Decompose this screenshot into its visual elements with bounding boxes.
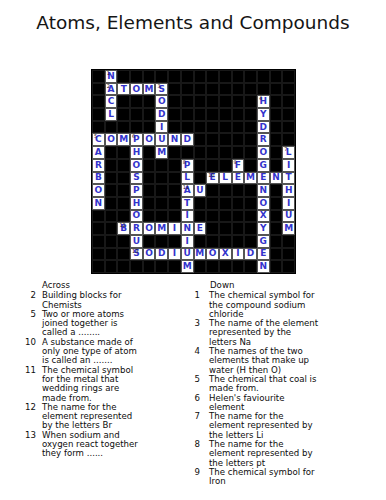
black-cell [206, 108, 219, 121]
black-cell [244, 197, 257, 210]
grid-cell-14-3[interactable]: 13S [130, 248, 143, 261]
black-cell [244, 184, 257, 197]
black-cell [219, 133, 232, 146]
grid-cell-11-13[interactable]: X [257, 210, 270, 223]
grid-cell-5-2[interactable]: M [117, 133, 130, 146]
black-cell [194, 146, 207, 159]
black-cell [270, 222, 283, 235]
grid-cell-8-7[interactable]: L [181, 172, 194, 185]
grid-cell-9-7[interactable]: 11A [181, 184, 194, 197]
black-cell [282, 133, 295, 146]
black-cell [232, 197, 245, 210]
black-cell [168, 210, 181, 223]
grid-cell-8-3[interactable]: S [130, 172, 143, 185]
grid-cell-7-7[interactable]: 8P [181, 159, 194, 172]
grid-cell-14-6[interactable]: I [168, 248, 181, 261]
grid-cell-2-13[interactable]: 4H [257, 95, 270, 108]
cell-letter: L [108, 110, 114, 119]
black-cell [219, 260, 232, 273]
black-cell [143, 235, 156, 248]
cell-letter: E [197, 224, 203, 233]
grid-cell-12-3[interactable]: R [130, 222, 143, 235]
black-cell [168, 108, 181, 121]
grid-cell-6-13[interactable]: O [257, 146, 270, 159]
grid-cell-2-5[interactable]: O [155, 95, 168, 108]
cell-letter: N [272, 173, 280, 182]
cell-letter: O [158, 97, 166, 106]
black-cell [168, 121, 181, 134]
black-cell [143, 95, 156, 108]
black-cell [270, 184, 283, 197]
black-cell [117, 172, 130, 185]
cell-letter: I [185, 237, 188, 246]
black-cell [105, 121, 118, 134]
black-cell [206, 197, 219, 210]
grid-cell-1-1[interactable]: 2A [105, 83, 118, 96]
black-cell [282, 248, 295, 261]
black-cell [117, 159, 130, 172]
black-cell [270, 159, 283, 172]
grid-cell-5-1[interactable]: O [105, 133, 118, 146]
clue-number: 12 [119, 223, 125, 228]
across-clue-2: 2Building blocks for Chemists [16, 291, 166, 310]
grid-cell-6-5[interactable]: M [155, 146, 168, 159]
grid-cell-4-13[interactable]: D [257, 121, 270, 134]
black-cell [206, 222, 219, 235]
grid-cell-8-10[interactable]: L [219, 172, 232, 185]
grid-cell-14-13[interactable]: E [257, 248, 270, 261]
grid-cell-12-2[interactable]: 12B [117, 222, 130, 235]
black-cell [194, 235, 207, 248]
black-cell [105, 184, 118, 197]
black-cell [92, 70, 105, 83]
black-cell [219, 108, 232, 121]
grid-cell-14-12[interactable]: D [244, 248, 257, 261]
clues-across-list: 2Building blocks for Chemists5Two or mor… [16, 291, 166, 458]
black-cell [130, 70, 143, 83]
black-cell [155, 172, 168, 185]
grid-cell-4-5[interactable]: I [155, 121, 168, 134]
black-cell [130, 121, 143, 134]
grid-cell-15-13[interactable]: N [257, 260, 270, 273]
grid-cell-11-7[interactable]: I [181, 210, 194, 223]
black-cell [244, 70, 257, 83]
grid-cell-13-7[interactable]: I [181, 235, 194, 248]
clue-num: 12 [16, 403, 36, 412]
cell-letter: P [133, 186, 140, 195]
black-cell [194, 108, 207, 121]
grid-cell-7-11[interactable]: 9F [232, 159, 245, 172]
grid-cell-14-7[interactable]: U [181, 248, 194, 261]
grid-cell-8-14[interactable]: N [270, 172, 283, 185]
black-cell [219, 70, 232, 83]
black-cell [181, 121, 194, 134]
black-cell [232, 210, 245, 223]
black-cell [194, 197, 207, 210]
grid-cell-9-0[interactable]: O [92, 184, 105, 197]
clue-number: 8 [183, 160, 186, 165]
grid-cell-12-15[interactable]: M [282, 222, 295, 235]
clues-down-list: 1The chemical symbol for the compound so… [188, 291, 348, 486]
black-cell [282, 95, 295, 108]
cell-letter: S [133, 173, 139, 182]
clue-num: 9 [188, 468, 200, 477]
black-cell [219, 83, 232, 96]
black-cell [143, 172, 156, 185]
grid-cell-10-3[interactable]: H [130, 197, 143, 210]
black-cell [92, 83, 105, 96]
grid-cell-5-0[interactable]: 5C [92, 133, 105, 146]
grid-cell-1-3[interactable]: O [130, 83, 143, 96]
grid-cell-6-0[interactable]: A [92, 146, 105, 159]
black-cell [219, 222, 232, 235]
grid-cell-13-13[interactable]: G [257, 235, 270, 248]
cell-letter: O [133, 161, 141, 170]
cell-letter: M [195, 249, 204, 258]
black-cell [168, 172, 181, 185]
clue-number: 3 [157, 84, 160, 89]
grid-cell-5-6[interactable]: N [168, 133, 181, 146]
black-cell [270, 83, 283, 96]
black-cell [219, 210, 232, 223]
cell-letter: O [259, 199, 267, 208]
black-cell [143, 210, 156, 223]
cell-letter: M [183, 262, 192, 271]
clue-num: 3 [188, 319, 200, 328]
down-clue-3: 3The name of the element represented by … [188, 319, 348, 347]
black-cell [155, 70, 168, 83]
black-cell [117, 235, 130, 248]
crossword-worksheet: Atoms, Elements and Compounds 1N2ATOM3SC… [0, 0, 386, 500]
black-cell [232, 146, 245, 159]
cell-letter: T [184, 199, 190, 208]
grid-cell-5-7[interactable]: D [181, 133, 194, 146]
grid-cell-7-15[interactable]: I [282, 159, 295, 172]
down-clue-7: 7The name for the element represented by… [188, 412, 348, 440]
cell-letter: E [235, 173, 241, 182]
cell-letter: X [222, 249, 229, 258]
grid-cell-12-8[interactable]: E [194, 222, 207, 235]
cell-letter: H [285, 186, 293, 195]
grid-cell-14-5[interactable]: D [155, 248, 168, 261]
clue-number: 6 [132, 134, 135, 139]
grid-cell-12-6[interactable]: I [168, 222, 181, 235]
clue-text: The name of the element represented by t… [209, 319, 333, 347]
black-cell [117, 70, 130, 83]
grid-cell-15-7[interactable]: M [181, 260, 194, 273]
black-cell [270, 235, 283, 248]
black-cell [282, 235, 295, 248]
grid-cell-9-8[interactable]: U [194, 184, 207, 197]
black-cell [92, 108, 105, 121]
clue-text: Building blocks for Chemists [42, 291, 143, 310]
black-cell [194, 260, 207, 273]
grid-cell-14-11[interactable]: I [232, 248, 245, 261]
clue-text: The name for the element represented by … [209, 412, 333, 440]
grid-cell-6-15[interactable]: 7L [282, 146, 295, 159]
black-cell [143, 197, 156, 210]
black-cell [155, 210, 168, 223]
cell-letter: B [95, 173, 102, 182]
grid-cell-7-3[interactable]: O [130, 159, 143, 172]
black-cell [244, 95, 257, 108]
black-cell [92, 235, 105, 248]
grid-cell-3-5[interactable]: D [155, 108, 168, 121]
black-cell [257, 70, 270, 83]
grid-cell-5-5[interactable]: U [155, 133, 168, 146]
grid-cell-8-15[interactable]: T [282, 172, 295, 185]
grid-cell-10-0[interactable]: N [92, 197, 105, 210]
clue-num: 10 [16, 338, 36, 347]
black-cell [168, 184, 181, 197]
clue-num: 7 [188, 412, 200, 421]
clue-text: The chemical symbol for the metal that w… [42, 366, 143, 403]
cell-letter: H [133, 148, 141, 157]
black-cell [92, 222, 105, 235]
black-cell [270, 108, 283, 121]
cell-letter: H [133, 199, 141, 208]
page-title: Atoms, Elements and Compounds [0, 12, 386, 33]
black-cell [206, 235, 219, 248]
down-clue-5: 5The chemical that coal is made from. [188, 375, 348, 394]
grid-cell-2-1[interactable]: C [105, 95, 118, 108]
grid-cell-14-10[interactable]: X [219, 248, 232, 261]
clue-text: The chemical symbol for Iron [209, 468, 333, 487]
grid-cell-8-12[interactable]: M [244, 172, 257, 185]
cell-letter: N [95, 199, 103, 208]
black-cell [206, 210, 219, 223]
black-cell [168, 95, 181, 108]
grid-cell-3-13[interactable]: Y [257, 108, 270, 121]
cell-letter: T [121, 85, 127, 94]
across-clue-13: 13When sodium and oxygen react together … [16, 431, 166, 459]
black-cell [206, 95, 219, 108]
black-cell [282, 70, 295, 83]
grid-cell-8-0[interactable]: B [92, 172, 105, 185]
black-cell [282, 108, 295, 121]
cell-letter: R [95, 161, 102, 170]
cell-letter: L [184, 173, 190, 182]
down-header: Down [210, 281, 348, 290]
grid-cell-7-0[interactable]: R [92, 159, 105, 172]
black-cell [219, 159, 232, 172]
cell-letter: D [183, 135, 190, 144]
clue-num: 2 [16, 291, 36, 300]
clue-number: 13 [132, 249, 138, 254]
black-cell [92, 121, 105, 134]
cell-letter: T [286, 173, 292, 182]
clue-number: 1 [107, 71, 110, 76]
black-cell [194, 159, 207, 172]
black-cell [270, 210, 283, 223]
black-cell [105, 172, 118, 185]
black-cell [270, 95, 283, 108]
black-cell [270, 248, 283, 261]
cell-letter: X [260, 211, 267, 220]
clues-down-section: Down 1The chemical symbol for the compou… [188, 281, 348, 487]
grid-cell-12-5[interactable]: M [155, 222, 168, 235]
grid-cell-7-13[interactable]: G [257, 159, 270, 172]
black-cell [143, 260, 156, 273]
grid-cell-1-4[interactable]: M [143, 83, 156, 96]
grid-cell-12-13[interactable]: Y [257, 222, 270, 235]
cell-letter: U [285, 211, 292, 220]
cell-letter: I [160, 123, 163, 132]
black-cell [244, 235, 257, 248]
crossword-grid: 1N2ATOM3SCO4HLDYID5COM6POUNDRAHMO7LRO8P9… [91, 69, 296, 274]
black-cell [181, 146, 194, 159]
black-cell [232, 235, 245, 248]
cell-letter: G [260, 237, 267, 246]
black-cell [105, 146, 118, 159]
grid-cell-0-1[interactable]: 1N [105, 70, 118, 83]
black-cell [206, 83, 219, 96]
black-cell [282, 260, 295, 273]
across-header: Across [42, 281, 166, 290]
clue-text: Two or more atoms joined together is cal… [42, 310, 143, 338]
grid-cell-9-13[interactable]: N [257, 184, 270, 197]
black-cell [105, 159, 118, 172]
black-cell [143, 159, 156, 172]
grid-cell-5-4[interactable]: O [143, 133, 156, 146]
cell-letter: I [287, 161, 290, 170]
cell-letter: R [133, 224, 140, 233]
grid-cell-8-11[interactable]: E [232, 172, 245, 185]
cell-letter: O [145, 135, 153, 144]
cell-letter: R [260, 135, 267, 144]
grid-cell-12-4[interactable]: O [143, 222, 156, 235]
cell-letter: M [119, 135, 128, 144]
cell-letter: O [145, 224, 153, 233]
black-cell [194, 172, 207, 185]
down-clue-6: 6Helen's faviourite element [188, 394, 348, 413]
clue-number: 2 [107, 84, 110, 89]
cell-letter: E [260, 249, 266, 258]
black-cell [244, 133, 257, 146]
black-cell [117, 95, 130, 108]
black-cell [219, 184, 232, 197]
black-cell [206, 159, 219, 172]
black-cell [143, 146, 156, 159]
black-cell [270, 197, 283, 210]
black-cell [130, 108, 143, 121]
black-cell [155, 197, 168, 210]
clue-text: The chemical symbol for the compound sod… [209, 291, 333, 319]
cell-letter: U [158, 135, 165, 144]
clue-num: 5 [188, 375, 200, 384]
grid-cell-8-13[interactable]: E [257, 172, 270, 185]
clue-text: The chemical that coal is made from. [209, 375, 333, 394]
clue-text: A substance made of only one type of ato… [42, 338, 143, 366]
grid-cell-14-4[interactable]: O [143, 248, 156, 261]
grid-cell-14-8[interactable]: M [194, 248, 207, 261]
black-cell [168, 235, 181, 248]
black-cell [168, 260, 181, 273]
cell-letter: Y [260, 110, 267, 119]
cell-letter: L [222, 173, 228, 182]
grid-cell-9-15[interactable]: H [282, 184, 295, 197]
grid-cell-12-7[interactable]: N [181, 222, 194, 235]
black-cell [155, 235, 168, 248]
black-cell [117, 197, 130, 210]
black-cell [168, 159, 181, 172]
black-cell [270, 260, 283, 273]
black-cell [92, 95, 105, 108]
cell-letter: Y [260, 224, 267, 233]
black-cell [219, 95, 232, 108]
grid-cell-13-3[interactable]: U [130, 235, 143, 248]
black-cell [181, 70, 194, 83]
black-cell [257, 83, 270, 96]
cell-letter: N [260, 186, 268, 195]
cell-letter: M [246, 173, 255, 182]
black-cell [181, 108, 194, 121]
black-cell [168, 70, 181, 83]
clue-number: 4 [259, 96, 262, 101]
cell-letter: O [133, 211, 141, 220]
grid-cell-14-9[interactable]: O [206, 248, 219, 261]
black-cell [194, 70, 207, 83]
black-cell [155, 260, 168, 273]
black-cell [232, 95, 245, 108]
black-cell [155, 159, 168, 172]
cell-letter: N [183, 224, 191, 233]
black-cell [206, 184, 219, 197]
black-cell [130, 260, 143, 273]
black-cell [232, 184, 245, 197]
grid-cell-9-3[interactable]: P [130, 184, 143, 197]
clue-num: 11 [16, 366, 36, 375]
cell-letter: O [209, 249, 217, 258]
clue-number: 9 [234, 160, 237, 165]
black-cell [117, 184, 130, 197]
grid-cell-10-15[interactable]: I [282, 197, 295, 210]
grid-cell-11-3[interactable]: O [130, 210, 143, 223]
cell-letter: M [145, 85, 154, 94]
grid-cell-5-13[interactable]: R [257, 133, 270, 146]
grid-cell-10-13[interactable]: O [257, 197, 270, 210]
grid-cell-1-2[interactable]: T [117, 83, 130, 96]
across-clue-11: 11The chemical symbol for the metal that… [16, 366, 166, 403]
grid-cell-3-1[interactable]: L [105, 108, 118, 121]
cell-letter: I [236, 249, 239, 258]
cell-letter: M [157, 148, 166, 157]
cell-letter: O [107, 135, 115, 144]
black-cell [244, 260, 257, 273]
black-cell [232, 83, 245, 96]
black-cell [194, 210, 207, 223]
black-cell [232, 108, 245, 121]
grid-cell-1-5[interactable]: 3S [155, 83, 168, 96]
black-cell [232, 260, 245, 273]
down-clue-1: 1The chemical symbol for the compound so… [188, 291, 348, 319]
grid-cell-5-3[interactable]: 6P [130, 133, 143, 146]
black-cell [244, 159, 257, 172]
black-cell [117, 146, 130, 159]
cell-letter: I [185, 211, 188, 220]
black-cell [168, 197, 181, 210]
grid-cell-10-7[interactable]: T [181, 197, 194, 210]
grid-cell-6-3[interactable]: H [130, 146, 143, 159]
grid-cell-11-15[interactable]: U [282, 210, 295, 223]
cell-letter: N [260, 262, 268, 271]
grid-cell-8-9[interactable]: 10E [206, 172, 219, 185]
clues-across-section: Across 2Building blocks for Chemists5Two… [16, 281, 166, 459]
cell-letter: D [158, 110, 165, 119]
cell-letter: A [95, 148, 102, 157]
cell-letter: C [108, 97, 115, 106]
black-cell [282, 121, 295, 134]
